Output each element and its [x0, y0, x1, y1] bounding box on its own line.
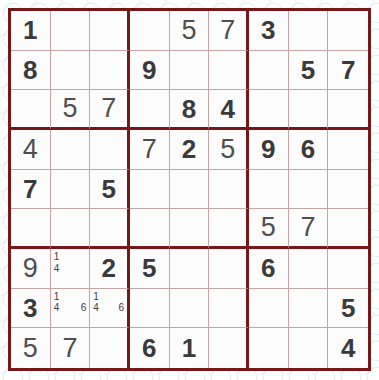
- entered-digit: 9: [23, 255, 38, 282]
- cell-r9c7[interactable]: [249, 328, 289, 368]
- entered-digit: 4: [23, 136, 38, 163]
- entered-digit: 5: [220, 136, 235, 163]
- given-digit: 5: [142, 255, 156, 281]
- cell-r9c9[interactable]: 4: [328, 328, 368, 368]
- cell-r8c1[interactable]: 3: [11, 289, 51, 329]
- cell-r2c4[interactable]: 9: [130, 51, 170, 91]
- cell-r1c6[interactable]: 7: [209, 11, 249, 51]
- cell-r9c6[interactable]: [209, 328, 249, 368]
- given-digit: 1: [23, 17, 37, 43]
- cell-r7c4[interactable]: 5: [130, 249, 170, 289]
- pencil-mark-digit: 4: [54, 263, 65, 275]
- cell-r3c6[interactable]: 4: [209, 90, 249, 130]
- cell-r4c2[interactable]: [51, 130, 91, 170]
- cell-r4c1[interactable]: 4: [11, 130, 51, 170]
- cell-r2c2[interactable]: [51, 51, 91, 91]
- cell-r6c1[interactable]: [11, 209, 51, 249]
- cell-r5c2[interactable]: [51, 170, 91, 210]
- cell-r8c2[interactable]: 146: [51, 289, 91, 329]
- cell-r3c1[interactable]: [11, 90, 51, 130]
- entered-digit: 5: [62, 95, 77, 122]
- cell-r4c5[interactable]: 2: [170, 130, 210, 170]
- entered-digit: 7: [300, 214, 315, 241]
- cell-r1c5[interactable]: 5: [170, 11, 210, 51]
- given-digit: 7: [23, 176, 37, 202]
- page-background: { "game": "sudoku", "position": "1...573…: [0, 0, 379, 380]
- cell-r2c3[interactable]: [90, 51, 130, 91]
- entered-digit: 7: [220, 17, 235, 44]
- entered-digit: 7: [101, 95, 116, 122]
- pencil-marks: 146: [93, 291, 124, 326]
- cell-r1c1[interactable]: 1: [11, 11, 51, 51]
- cell-r6c6[interactable]: [209, 209, 249, 249]
- cell-r3c9[interactable]: [328, 90, 368, 130]
- pencil-mark-digit: 6: [75, 302, 86, 314]
- cell-r5c7[interactable]: [249, 170, 289, 210]
- cell-r8c8[interactable]: [289, 289, 329, 329]
- cell-r8c9[interactable]: 5: [328, 289, 368, 329]
- cell-r7c5[interactable]: [170, 249, 210, 289]
- cell-r3c5[interactable]: 8: [170, 90, 210, 130]
- cell-r9c4[interactable]: 6: [130, 328, 170, 368]
- given-digit: 2: [101, 255, 115, 281]
- given-digit: 3: [23, 295, 37, 321]
- cell-r3c7[interactable]: [249, 90, 289, 130]
- cell-r8c4[interactable]: [130, 289, 170, 329]
- cell-r3c8[interactable]: [289, 90, 329, 130]
- cell-r1c7[interactable]: 3: [249, 11, 289, 51]
- given-digit: 8: [182, 96, 196, 122]
- pencil-mark-digit: 1: [54, 291, 65, 303]
- cell-r4c3[interactable]: [90, 130, 130, 170]
- entered-digit: 5: [181, 17, 196, 44]
- cell-r7c1[interactable]: 9: [11, 249, 51, 289]
- cell-r2c9[interactable]: 7: [328, 51, 368, 91]
- cell-r5c9[interactable]: [328, 170, 368, 210]
- cell-r7c8[interactable]: [289, 249, 329, 289]
- cell-r7c3[interactable]: 2: [90, 249, 130, 289]
- cell-r1c4[interactable]: [130, 11, 170, 51]
- entered-digit: 5: [23, 335, 38, 362]
- cell-r5c8[interactable]: [289, 170, 329, 210]
- entered-digit: 5: [261, 214, 276, 241]
- cell-r5c5[interactable]: [170, 170, 210, 210]
- given-digit: 9: [142, 57, 156, 83]
- cell-r2c7[interactable]: [249, 51, 289, 91]
- pencil-marks: 14: [54, 251, 87, 286]
- cell-r4c6[interactable]: 5: [209, 130, 249, 170]
- cell-r9c5[interactable]: 1: [170, 328, 210, 368]
- cell-r4c8[interactable]: 6: [289, 130, 329, 170]
- cell-r2c1[interactable]: 8: [11, 51, 51, 91]
- pencil-mark-digit: 1: [93, 291, 103, 303]
- cell-r6c5[interactable]: [170, 209, 210, 249]
- cell-r3c4[interactable]: [130, 90, 170, 130]
- cell-r1c3[interactable]: [90, 11, 130, 51]
- cell-r7c7[interactable]: 6: [249, 249, 289, 289]
- given-digit: 7: [341, 57, 355, 83]
- cell-r8c6[interactable]: [209, 289, 249, 329]
- cell-r4c7[interactable]: 9: [249, 130, 289, 170]
- cell-r1c9[interactable]: [328, 11, 368, 51]
- cell-r9c8[interactable]: [289, 328, 329, 368]
- given-digit: 9: [261, 136, 275, 162]
- given-digit: 2: [182, 136, 196, 162]
- cell-r5c6[interactable]: [209, 170, 249, 210]
- given-digit: 6: [142, 335, 156, 361]
- entered-digit: 7: [142, 136, 157, 163]
- cell-r1c8[interactable]: [289, 11, 329, 51]
- pencil-mark-digit: 1: [54, 251, 65, 263]
- pencil-marks: 146: [54, 291, 87, 326]
- cell-r6c9[interactable]: [328, 209, 368, 249]
- cell-r5c1[interactable]: 7: [11, 170, 51, 210]
- cell-r6c3[interactable]: [90, 209, 130, 249]
- given-digit: 5: [101, 176, 115, 202]
- cell-r9c3[interactable]: [90, 328, 130, 368]
- cell-r4c9[interactable]: [328, 130, 368, 170]
- cell-r3c3[interactable]: 7: [90, 90, 130, 130]
- cell-r6c8[interactable]: 7: [289, 209, 329, 249]
- cell-r4c4[interactable]: 7: [130, 130, 170, 170]
- sudoku-board: 1573895757844725967557914256314614655761…: [8, 8, 371, 371]
- pencil-mark-digit: 4: [93, 302, 103, 314]
- given-digit: 4: [341, 335, 355, 361]
- cell-r9c1[interactable]: 5: [11, 328, 51, 368]
- given-digit: 6: [261, 255, 275, 281]
- pencil-mark-digit: 6: [114, 302, 124, 314]
- given-digit: 8: [23, 57, 37, 83]
- given-digit: 4: [220, 96, 234, 122]
- entered-digit: 7: [62, 335, 77, 362]
- pencil-mark-digit: 4: [54, 302, 65, 314]
- given-digit: 5: [301, 57, 315, 83]
- cell-r1c2[interactable]: [51, 11, 91, 51]
- cell-r7c6[interactable]: [209, 249, 249, 289]
- cell-r9c2[interactable]: 7: [51, 328, 91, 368]
- cell-r5c3[interactable]: 5: [90, 170, 130, 210]
- given-digit: 5: [341, 295, 355, 321]
- given-digit: 3: [261, 17, 275, 43]
- cell-r7c2[interactable]: 14: [51, 249, 91, 289]
- given-digit: 1: [182, 335, 196, 361]
- cell-r8c3[interactable]: 146: [90, 289, 130, 329]
- cell-r6c7[interactable]: 5: [249, 209, 289, 249]
- cell-r3c2[interactable]: 5: [51, 90, 91, 130]
- cell-r6c2[interactable]: [51, 209, 91, 249]
- cell-r5c4[interactable]: [130, 170, 170, 210]
- cell-r8c5[interactable]: [170, 289, 210, 329]
- given-digit: 6: [301, 136, 315, 162]
- cell-r2c8[interactable]: 5: [289, 51, 329, 91]
- cell-r2c5[interactable]: [170, 51, 210, 91]
- cell-r8c7[interactable]: [249, 289, 289, 329]
- cell-r6c4[interactable]: [130, 209, 170, 249]
- cell-r2c6[interactable]: [209, 51, 249, 91]
- cell-r7c9[interactable]: [328, 249, 368, 289]
